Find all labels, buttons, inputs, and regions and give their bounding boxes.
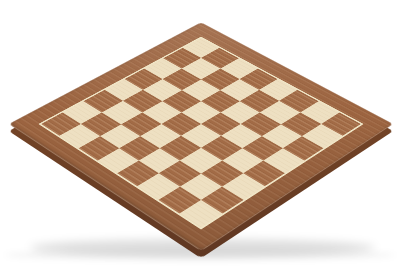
board-field <box>41 38 361 227</box>
product-photo-stage <box>0 0 400 266</box>
chess-board <box>9 22 394 251</box>
maple-inlay-line <box>38 37 363 230</box>
